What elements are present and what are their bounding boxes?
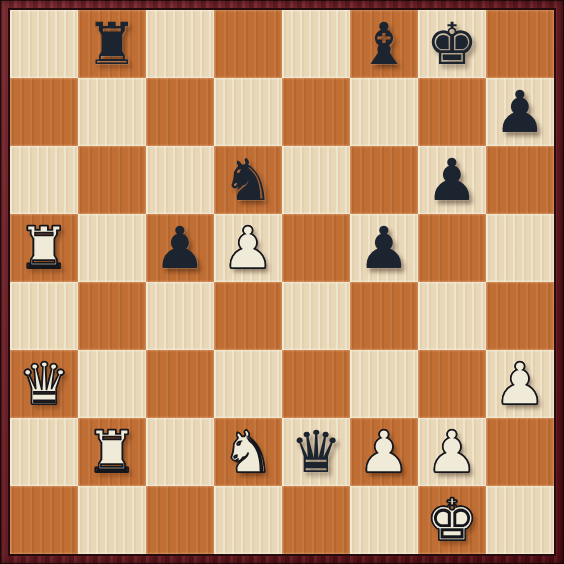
square-h2[interactable] bbox=[486, 418, 554, 486]
square-e2[interactable]: ♛ bbox=[282, 418, 350, 486]
square-g2[interactable]: ♟ bbox=[418, 418, 486, 486]
piece-white-rook[interactable]: ♜ bbox=[86, 418, 138, 486]
square-a4[interactable] bbox=[10, 282, 78, 350]
piece-black-rook[interactable]: ♜ bbox=[86, 10, 138, 78]
square-c7[interactable] bbox=[146, 78, 214, 146]
square-e6[interactable] bbox=[282, 146, 350, 214]
square-g4[interactable] bbox=[418, 282, 486, 350]
square-b3[interactable] bbox=[78, 350, 146, 418]
piece-white-pawn[interactable]: ♟ bbox=[358, 418, 410, 486]
square-d3[interactable] bbox=[214, 350, 282, 418]
square-h7[interactable]: ♟ bbox=[486, 78, 554, 146]
square-g1[interactable]: ♚ bbox=[418, 486, 486, 554]
square-f2[interactable]: ♟ bbox=[350, 418, 418, 486]
square-b6[interactable] bbox=[78, 146, 146, 214]
square-f5[interactable]: ♟ bbox=[350, 214, 418, 282]
square-c5[interactable]: ♟ bbox=[146, 214, 214, 282]
square-a5[interactable]: ♜ bbox=[10, 214, 78, 282]
square-c4[interactable] bbox=[146, 282, 214, 350]
piece-white-king[interactable]: ♚ bbox=[426, 486, 478, 554]
piece-black-king[interactable]: ♚ bbox=[426, 10, 478, 78]
square-h1[interactable] bbox=[486, 486, 554, 554]
piece-black-bishop[interactable]: ♝ bbox=[358, 10, 410, 78]
square-e1[interactable] bbox=[282, 486, 350, 554]
square-b8[interactable]: ♜ bbox=[78, 10, 146, 78]
square-f8[interactable]: ♝ bbox=[350, 10, 418, 78]
square-a2[interactable] bbox=[10, 418, 78, 486]
square-b7[interactable] bbox=[78, 78, 146, 146]
piece-black-pawn[interactable]: ♟ bbox=[154, 214, 206, 282]
square-e8[interactable] bbox=[282, 10, 350, 78]
square-a1[interactable] bbox=[10, 486, 78, 554]
square-b2[interactable]: ♜ bbox=[78, 418, 146, 486]
square-h4[interactable] bbox=[486, 282, 554, 350]
square-g7[interactable] bbox=[418, 78, 486, 146]
square-h6[interactable] bbox=[486, 146, 554, 214]
square-f1[interactable] bbox=[350, 486, 418, 554]
square-a3[interactable]: ♛ bbox=[10, 350, 78, 418]
square-h5[interactable] bbox=[486, 214, 554, 282]
piece-white-knight[interactable]: ♞ bbox=[222, 418, 274, 486]
board-frame: ♜♝♚♟♞♟♜♟♟♟♛♟♜♞♛♟♟♚ bbox=[0, 0, 564, 564]
square-c2[interactable] bbox=[146, 418, 214, 486]
square-b5[interactable] bbox=[78, 214, 146, 282]
square-c6[interactable] bbox=[146, 146, 214, 214]
square-d5[interactable]: ♟ bbox=[214, 214, 282, 282]
square-e5[interactable] bbox=[282, 214, 350, 282]
square-h8[interactable] bbox=[486, 10, 554, 78]
piece-black-pawn[interactable]: ♟ bbox=[494, 78, 546, 146]
square-d7[interactable] bbox=[214, 78, 282, 146]
piece-white-pawn[interactable]: ♟ bbox=[426, 418, 478, 486]
piece-black-pawn[interactable]: ♟ bbox=[358, 214, 410, 282]
piece-black-pawn[interactable]: ♟ bbox=[426, 146, 478, 214]
square-f3[interactable] bbox=[350, 350, 418, 418]
square-e4[interactable] bbox=[282, 282, 350, 350]
square-a6[interactable] bbox=[10, 146, 78, 214]
square-h3[interactable]: ♟ bbox=[486, 350, 554, 418]
square-g6[interactable]: ♟ bbox=[418, 146, 486, 214]
square-g3[interactable] bbox=[418, 350, 486, 418]
square-d2[interactable]: ♞ bbox=[214, 418, 282, 486]
square-e7[interactable] bbox=[282, 78, 350, 146]
square-e3[interactable] bbox=[282, 350, 350, 418]
square-d4[interactable] bbox=[214, 282, 282, 350]
piece-black-queen[interactable]: ♛ bbox=[290, 418, 342, 486]
square-c3[interactable] bbox=[146, 350, 214, 418]
square-f7[interactable] bbox=[350, 78, 418, 146]
square-a7[interactable] bbox=[10, 78, 78, 146]
chess-board: ♜♝♚♟♞♟♜♟♟♟♛♟♜♞♛♟♟♚ bbox=[10, 10, 554, 554]
square-c8[interactable] bbox=[146, 10, 214, 78]
piece-black-knight[interactable]: ♞ bbox=[222, 146, 274, 214]
square-a8[interactable] bbox=[10, 10, 78, 78]
square-c1[interactable] bbox=[146, 486, 214, 554]
square-b1[interactable] bbox=[78, 486, 146, 554]
square-d8[interactable] bbox=[214, 10, 282, 78]
square-d1[interactable] bbox=[214, 486, 282, 554]
square-g5[interactable] bbox=[418, 214, 486, 282]
square-g8[interactable]: ♚ bbox=[418, 10, 486, 78]
square-d6[interactable]: ♞ bbox=[214, 146, 282, 214]
piece-white-rook[interactable]: ♜ bbox=[18, 214, 70, 282]
square-f6[interactable] bbox=[350, 146, 418, 214]
piece-white-pawn[interactable]: ♟ bbox=[494, 350, 546, 418]
square-f4[interactable] bbox=[350, 282, 418, 350]
square-b4[interactable] bbox=[78, 282, 146, 350]
piece-white-queen[interactable]: ♛ bbox=[18, 350, 70, 418]
piece-white-pawn[interactable]: ♟ bbox=[222, 214, 274, 282]
